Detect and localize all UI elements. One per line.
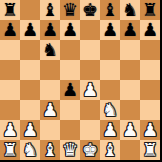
piece-black-king[interactable]: ♚ bbox=[80, 0, 100, 20]
square-f8[interactable]: ♝ bbox=[100, 0, 120, 20]
piece-white-pawn[interactable]: ♟ bbox=[140, 120, 160, 140]
piece-white-rook[interactable]: ♜ bbox=[0, 140, 20, 160]
piece-black-queen[interactable]: ♛ bbox=[60, 0, 80, 20]
square-h1[interactable]: ♜ bbox=[140, 140, 160, 160]
piece-black-knight[interactable]: ♞ bbox=[40, 40, 60, 60]
piece-black-rook[interactable]: ♜ bbox=[140, 0, 160, 20]
square-e7[interactable] bbox=[80, 20, 100, 40]
chess-board: ♜♝♛♚♝♞♜♟♟♟♟♟♟♟♞♟♟♟♞♟♟♟♟♟♜♞♝♛♚♝♜ bbox=[0, 0, 162, 162]
square-c2[interactable] bbox=[40, 120, 60, 140]
piece-black-pawn[interactable]: ♟ bbox=[60, 80, 80, 100]
square-f1[interactable]: ♝ bbox=[100, 140, 120, 160]
piece-white-knight[interactable]: ♞ bbox=[20, 140, 40, 160]
square-b4[interactable] bbox=[20, 80, 40, 100]
square-f6[interactable] bbox=[100, 40, 120, 60]
square-a2[interactable]: ♟ bbox=[0, 120, 20, 140]
square-a4[interactable] bbox=[0, 80, 20, 100]
square-h7[interactable]: ♟ bbox=[140, 20, 160, 40]
square-e1[interactable]: ♚ bbox=[80, 140, 100, 160]
square-g3[interactable] bbox=[120, 100, 140, 120]
square-g5[interactable] bbox=[120, 60, 140, 80]
chess-board-frame: ♜♝♛♚♝♞♜♟♟♟♟♟♟♟♞♟♟♟♞♟♟♟♟♟♜♞♝♛♚♝♜ bbox=[0, 0, 162, 162]
piece-black-bishop[interactable]: ♝ bbox=[100, 0, 120, 20]
square-g8[interactable]: ♞ bbox=[120, 0, 140, 20]
square-h2[interactable]: ♟ bbox=[140, 120, 160, 140]
square-e6[interactable] bbox=[80, 40, 100, 60]
square-h6[interactable] bbox=[140, 40, 160, 60]
piece-white-pawn[interactable]: ♟ bbox=[40, 100, 60, 120]
piece-black-pawn[interactable]: ♟ bbox=[120, 20, 140, 40]
piece-black-pawn[interactable]: ♟ bbox=[140, 20, 160, 40]
piece-black-pawn[interactable]: ♟ bbox=[20, 20, 40, 40]
square-b6[interactable] bbox=[20, 40, 40, 60]
square-g7[interactable]: ♟ bbox=[120, 20, 140, 40]
piece-black-bishop[interactable]: ♝ bbox=[40, 0, 60, 20]
square-e8[interactable]: ♚ bbox=[80, 0, 100, 20]
piece-white-bishop[interactable]: ♝ bbox=[100, 140, 120, 160]
square-b1[interactable]: ♞ bbox=[20, 140, 40, 160]
piece-white-pawn[interactable]: ♟ bbox=[0, 120, 20, 140]
square-a5[interactable] bbox=[0, 60, 20, 80]
piece-black-pawn[interactable]: ♟ bbox=[100, 20, 120, 40]
square-c8[interactable]: ♝ bbox=[40, 0, 60, 20]
square-c6[interactable]: ♞ bbox=[40, 40, 60, 60]
piece-white-king[interactable]: ♚ bbox=[80, 140, 100, 160]
square-a8[interactable]: ♜ bbox=[0, 0, 20, 20]
square-d5[interactable] bbox=[60, 60, 80, 80]
square-e5[interactable] bbox=[80, 60, 100, 80]
square-f7[interactable]: ♟ bbox=[100, 20, 120, 40]
square-e2[interactable] bbox=[80, 120, 100, 140]
square-d3[interactable] bbox=[60, 100, 80, 120]
piece-black-pawn[interactable]: ♟ bbox=[40, 20, 60, 40]
square-b8[interactable] bbox=[20, 0, 40, 20]
square-f5[interactable] bbox=[100, 60, 120, 80]
square-g2[interactable]: ♟ bbox=[120, 120, 140, 140]
square-c5[interactable] bbox=[40, 60, 60, 80]
piece-white-knight[interactable]: ♞ bbox=[100, 100, 120, 120]
square-c3[interactable]: ♟ bbox=[40, 100, 60, 120]
square-d8[interactable]: ♛ bbox=[60, 0, 80, 20]
square-b5[interactable] bbox=[20, 60, 40, 80]
square-b2[interactable]: ♟ bbox=[20, 120, 40, 140]
piece-black-pawn[interactable]: ♟ bbox=[60, 20, 80, 40]
piece-white-pawn[interactable]: ♟ bbox=[120, 120, 140, 140]
square-a3[interactable] bbox=[0, 100, 20, 120]
square-h4[interactable] bbox=[140, 80, 160, 100]
square-a7[interactable]: ♟ bbox=[0, 20, 20, 40]
square-g4[interactable] bbox=[120, 80, 140, 100]
square-f2[interactable]: ♟ bbox=[100, 120, 120, 140]
square-e3[interactable] bbox=[80, 100, 100, 120]
square-h5[interactable] bbox=[140, 60, 160, 80]
square-b7[interactable]: ♟ bbox=[20, 20, 40, 40]
square-d6[interactable] bbox=[60, 40, 80, 60]
piece-white-pawn[interactable]: ♟ bbox=[80, 80, 100, 100]
square-g1[interactable] bbox=[120, 140, 140, 160]
square-f4[interactable] bbox=[100, 80, 120, 100]
square-a1[interactable]: ♜ bbox=[0, 140, 20, 160]
square-c7[interactable]: ♟ bbox=[40, 20, 60, 40]
piece-white-rook[interactable]: ♜ bbox=[140, 140, 160, 160]
piece-white-pawn[interactable]: ♟ bbox=[100, 120, 120, 140]
square-a6[interactable] bbox=[0, 40, 20, 60]
square-c4[interactable] bbox=[40, 80, 60, 100]
square-d1[interactable]: ♛ bbox=[60, 140, 80, 160]
square-h3[interactable] bbox=[140, 100, 160, 120]
square-d7[interactable]: ♟ bbox=[60, 20, 80, 40]
piece-black-pawn[interactable]: ♟ bbox=[0, 20, 20, 40]
square-h8[interactable]: ♜ bbox=[140, 0, 160, 20]
square-b3[interactable] bbox=[20, 100, 40, 120]
square-c1[interactable]: ♝ bbox=[40, 140, 60, 160]
square-d4[interactable]: ♟ bbox=[60, 80, 80, 100]
piece-black-rook[interactable]: ♜ bbox=[0, 0, 20, 20]
square-g6[interactable] bbox=[120, 40, 140, 60]
piece-white-pawn[interactable]: ♟ bbox=[20, 120, 40, 140]
square-d2[interactable] bbox=[60, 120, 80, 140]
square-f3[interactable]: ♞ bbox=[100, 100, 120, 120]
piece-white-bishop[interactable]: ♝ bbox=[40, 140, 60, 160]
piece-white-queen[interactable]: ♛ bbox=[60, 140, 80, 160]
piece-black-knight[interactable]: ♞ bbox=[120, 0, 140, 20]
square-e4[interactable]: ♟ bbox=[80, 80, 100, 100]
